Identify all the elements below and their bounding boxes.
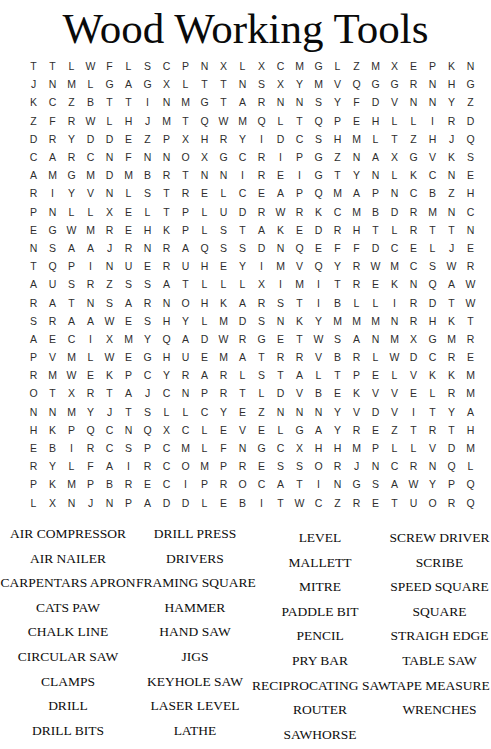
grid-cell[interactable]: R: [252, 93, 271, 111]
grid-cell[interactable]: L: [195, 203, 214, 221]
grid-cell[interactable]: Z: [24, 112, 43, 130]
grid-cell[interactable]: A: [195, 366, 214, 384]
grid-cell[interactable]: T: [214, 93, 233, 111]
grid-cell[interactable]: E: [252, 457, 271, 475]
grid-cell[interactable]: S: [252, 366, 271, 384]
grid-cell[interactable]: Q: [195, 112, 214, 130]
grid-cell[interactable]: Y: [176, 312, 195, 330]
grid-cell[interactable]: M: [461, 439, 480, 457]
grid-cell[interactable]: V: [290, 257, 309, 275]
grid-cell[interactable]: N: [157, 93, 176, 111]
grid-cell[interactable]: C: [157, 475, 176, 493]
grid-cell[interactable]: M: [214, 348, 233, 366]
grid-cell[interactable]: A: [62, 312, 81, 330]
grid-cell[interactable]: R: [62, 112, 81, 130]
grid-cell[interactable]: L: [119, 184, 138, 202]
grid-cell[interactable]: H: [328, 439, 347, 457]
grid-cell[interactable]: Y: [442, 93, 461, 111]
grid-cell[interactable]: R: [442, 384, 461, 402]
grid-cell[interactable]: G: [309, 166, 328, 184]
grid-cell[interactable]: F: [81, 457, 100, 475]
grid-cell[interactable]: T: [24, 257, 43, 275]
grid-cell[interactable]: G: [347, 475, 366, 493]
grid-cell[interactable]: K: [43, 421, 62, 439]
grid-cell[interactable]: P: [62, 421, 81, 439]
grid-cell[interactable]: X: [100, 330, 119, 348]
grid-cell[interactable]: E: [24, 221, 43, 239]
grid-cell[interactable]: X: [385, 148, 404, 166]
grid-cell[interactable]: C: [423, 166, 442, 184]
grid-cell[interactable]: T: [43, 57, 62, 75]
grid-cell[interactable]: P: [442, 475, 461, 493]
grid-cell[interactable]: M: [290, 275, 309, 293]
grid-cell[interactable]: D: [233, 203, 252, 221]
grid-cell[interactable]: B: [328, 348, 347, 366]
grid-cell[interactable]: F: [100, 57, 119, 75]
grid-cell[interactable]: R: [214, 366, 233, 384]
grid-cell[interactable]: T: [461, 312, 480, 330]
grid-cell[interactable]: A: [119, 293, 138, 311]
grid-cell[interactable]: Y: [309, 312, 328, 330]
grid-cell[interactable]: V: [385, 403, 404, 421]
grid-cell[interactable]: G: [100, 75, 119, 93]
grid-cell[interactable]: Y: [290, 75, 309, 93]
grid-cell[interactable]: P: [24, 203, 43, 221]
grid-cell[interactable]: T: [271, 494, 290, 512]
grid-cell[interactable]: X: [157, 421, 176, 439]
grid-cell[interactable]: O: [176, 457, 195, 475]
grid-cell[interactable]: E: [195, 348, 214, 366]
grid-cell[interactable]: S: [233, 239, 252, 257]
grid-cell[interactable]: Y: [328, 93, 347, 111]
grid-cell[interactable]: W: [385, 348, 404, 366]
grid-cell[interactable]: A: [290, 366, 309, 384]
grid-cell[interactable]: T: [157, 184, 176, 202]
grid-cell[interactable]: Y: [233, 257, 252, 275]
grid-cell[interactable]: N: [100, 494, 119, 512]
grid-cell[interactable]: N: [100, 148, 119, 166]
grid-cell[interactable]: L: [195, 275, 214, 293]
grid-cell[interactable]: A: [271, 184, 290, 202]
grid-cell[interactable]: C: [100, 439, 119, 457]
grid-cell[interactable]: B: [309, 384, 328, 402]
grid-cell[interactable]: L: [176, 75, 195, 93]
grid-cell[interactable]: M: [157, 112, 176, 130]
grid-cell[interactable]: J: [24, 75, 43, 93]
grid-cell[interactable]: S: [309, 93, 328, 111]
grid-cell[interactable]: V: [290, 384, 309, 402]
grid-cell[interactable]: W: [309, 330, 328, 348]
grid-cell[interactable]: S: [290, 457, 309, 475]
grid-cell[interactable]: A: [309, 421, 328, 439]
grid-cell[interactable]: R: [423, 421, 442, 439]
grid-cell[interactable]: N: [24, 239, 43, 257]
grid-cell[interactable]: K: [271, 221, 290, 239]
grid-cell[interactable]: N: [43, 403, 62, 421]
grid-cell[interactable]: P: [347, 366, 366, 384]
grid-cell[interactable]: F: [119, 148, 138, 166]
grid-cell[interactable]: W: [404, 475, 423, 493]
grid-cell[interactable]: N: [138, 148, 157, 166]
grid-cell[interactable]: C: [233, 148, 252, 166]
grid-cell[interactable]: R: [214, 130, 233, 148]
grid-cell[interactable]: N: [385, 312, 404, 330]
grid-cell[interactable]: I: [404, 403, 423, 421]
grid-cell[interactable]: X: [385, 57, 404, 75]
grid-cell[interactable]: N: [157, 293, 176, 311]
grid-cell[interactable]: R: [176, 366, 195, 384]
grid-cell[interactable]: Q: [290, 239, 309, 257]
grid-cell[interactable]: Q: [461, 130, 480, 148]
grid-cell[interactable]: J: [100, 403, 119, 421]
grid-cell[interactable]: Y: [81, 403, 100, 421]
grid-cell[interactable]: A: [347, 330, 366, 348]
grid-cell[interactable]: A: [43, 293, 62, 311]
grid-cell[interactable]: L: [366, 348, 385, 366]
grid-cell[interactable]: R: [442, 112, 461, 130]
grid-cell[interactable]: S: [138, 403, 157, 421]
grid-cell[interactable]: V: [233, 421, 252, 439]
grid-cell[interactable]: G: [214, 148, 233, 166]
grid-cell[interactable]: N: [271, 403, 290, 421]
grid-cell[interactable]: N: [271, 93, 290, 111]
grid-cell[interactable]: P: [157, 130, 176, 148]
grid-cell[interactable]: M: [62, 75, 81, 93]
grid-cell[interactable]: Q: [461, 475, 480, 493]
grid-cell[interactable]: T: [214, 75, 233, 93]
grid-cell[interactable]: M: [62, 348, 81, 366]
grid-cell[interactable]: T: [442, 221, 461, 239]
grid-cell[interactable]: D: [100, 166, 119, 184]
grid-cell[interactable]: R: [157, 257, 176, 275]
grid-cell[interactable]: P: [195, 475, 214, 493]
grid-cell[interactable]: T: [423, 221, 442, 239]
grid-cell[interactable]: S: [138, 312, 157, 330]
grid-cell[interactable]: H: [423, 130, 442, 148]
grid-cell[interactable]: Z: [404, 130, 423, 148]
grid-cell[interactable]: D: [157, 494, 176, 512]
grid-cell[interactable]: E: [404, 239, 423, 257]
grid-cell[interactable]: C: [157, 457, 176, 475]
grid-cell[interactable]: L: [385, 112, 404, 130]
grid-cell[interactable]: Z: [461, 93, 480, 111]
grid-cell[interactable]: Q: [309, 257, 328, 275]
grid-cell[interactable]: T: [442, 293, 461, 311]
grid-cell[interactable]: L: [423, 384, 442, 402]
grid-cell[interactable]: P: [119, 366, 138, 384]
grid-cell[interactable]: D: [271, 384, 290, 402]
grid-cell[interactable]: K: [404, 166, 423, 184]
grid-cell[interactable]: V: [309, 348, 328, 366]
grid-cell[interactable]: M: [43, 166, 62, 184]
grid-cell[interactable]: W: [290, 494, 309, 512]
grid-cell[interactable]: N: [461, 221, 480, 239]
grid-cell[interactable]: F: [328, 239, 347, 257]
grid-cell[interactable]: F: [43, 112, 62, 130]
grid-cell[interactable]: R: [24, 184, 43, 202]
grid-cell[interactable]: V: [404, 366, 423, 384]
grid-cell[interactable]: E: [404, 57, 423, 75]
grid-cell[interactable]: L: [385, 439, 404, 457]
grid-cell[interactable]: G: [309, 57, 328, 75]
grid-cell[interactable]: Z: [252, 403, 271, 421]
grid-cell[interactable]: D: [176, 494, 195, 512]
grid-cell[interactable]: L: [119, 57, 138, 75]
grid-cell[interactable]: R: [233, 330, 252, 348]
grid-cell[interactable]: M: [347, 439, 366, 457]
grid-cell[interactable]: D: [385, 203, 404, 221]
grid-cell[interactable]: R: [43, 312, 62, 330]
grid-cell[interactable]: C: [24, 148, 43, 166]
grid-cell[interactable]: R: [214, 384, 233, 402]
grid-cell[interactable]: T: [176, 275, 195, 293]
grid-cell[interactable]: T: [43, 384, 62, 402]
grid-cell[interactable]: L: [423, 239, 442, 257]
grid-cell[interactable]: J: [138, 384, 157, 402]
grid-cell[interactable]: M: [81, 166, 100, 184]
grid-cell[interactable]: T: [119, 93, 138, 111]
grid-cell[interactable]: H: [309, 439, 328, 457]
grid-cell[interactable]: K: [157, 221, 176, 239]
grid-cell[interactable]: C: [328, 203, 347, 221]
grid-cell[interactable]: D: [309, 221, 328, 239]
grid-cell[interactable]: U: [404, 494, 423, 512]
grid-cell[interactable]: N: [100, 257, 119, 275]
grid-cell[interactable]: S: [271, 293, 290, 311]
grid-cell[interactable]: D: [442, 439, 461, 457]
grid-cell[interactable]: Y: [328, 421, 347, 439]
grid-cell[interactable]: C: [157, 439, 176, 457]
grid-cell[interactable]: E: [404, 384, 423, 402]
grid-cell[interactable]: N: [461, 57, 480, 75]
grid-cell[interactable]: S: [119, 439, 138, 457]
grid-cell[interactable]: N: [366, 330, 385, 348]
grid-cell[interactable]: T: [328, 366, 347, 384]
grid-cell[interactable]: D: [271, 130, 290, 148]
grid-cell[interactable]: E: [214, 494, 233, 512]
grid-cell[interactable]: D: [461, 112, 480, 130]
grid-cell[interactable]: X: [62, 384, 81, 402]
grid-cell[interactable]: L: [62, 57, 81, 75]
grid-cell[interactable]: N: [176, 384, 195, 402]
grid-cell[interactable]: R: [138, 293, 157, 311]
grid-cell[interactable]: T: [290, 112, 309, 130]
grid-cell[interactable]: N: [366, 457, 385, 475]
grid-cell[interactable]: G: [252, 330, 271, 348]
grid-cell[interactable]: S: [100, 293, 119, 311]
grid-cell[interactable]: O: [423, 494, 442, 512]
grid-cell[interactable]: R: [81, 439, 100, 457]
grid-cell[interactable]: E: [366, 494, 385, 512]
grid-cell[interactable]: M: [81, 221, 100, 239]
grid-cell[interactable]: W: [100, 312, 119, 330]
grid-cell[interactable]: N: [62, 494, 81, 512]
grid-cell[interactable]: F: [214, 439, 233, 457]
grid-cell[interactable]: B: [100, 475, 119, 493]
grid-cell[interactable]: A: [233, 348, 252, 366]
grid-cell[interactable]: C: [290, 130, 309, 148]
grid-cell[interactable]: N: [195, 57, 214, 75]
grid-cell[interactable]: S: [366, 475, 385, 493]
grid-cell[interactable]: X: [404, 330, 423, 348]
grid-cell[interactable]: I: [309, 293, 328, 311]
grid-cell[interactable]: S: [328, 330, 347, 348]
grid-cell[interactable]: G: [62, 166, 81, 184]
grid-cell[interactable]: S: [138, 184, 157, 202]
grid-cell[interactable]: H: [195, 130, 214, 148]
grid-cell[interactable]: P: [138, 439, 157, 457]
grid-cell[interactable]: T: [290, 330, 309, 348]
grid-cell[interactable]: K: [442, 366, 461, 384]
grid-cell[interactable]: E: [138, 475, 157, 493]
grid-cell[interactable]: M: [347, 203, 366, 221]
grid-cell[interactable]: U: [176, 257, 195, 275]
grid-cell[interactable]: R: [62, 148, 81, 166]
grid-cell[interactable]: S: [119, 275, 138, 293]
grid-cell[interactable]: N: [290, 93, 309, 111]
grid-cell[interactable]: K: [214, 293, 233, 311]
grid-cell[interactable]: L: [252, 384, 271, 402]
grid-cell[interactable]: N: [423, 93, 442, 111]
grid-cell[interactable]: D: [233, 312, 252, 330]
grid-cell[interactable]: A: [138, 494, 157, 512]
grid-cell[interactable]: C: [252, 475, 271, 493]
grid-cell[interactable]: E: [366, 275, 385, 293]
grid-cell[interactable]: R: [328, 457, 347, 475]
grid-cell[interactable]: Z: [328, 494, 347, 512]
grid-cell[interactable]: S: [138, 57, 157, 75]
grid-cell[interactable]: H: [157, 312, 176, 330]
grid-cell[interactable]: O: [233, 475, 252, 493]
grid-cell[interactable]: L: [81, 348, 100, 366]
grid-cell[interactable]: X: [43, 494, 62, 512]
grid-cell[interactable]: N: [328, 475, 347, 493]
grid-cell[interactable]: P: [328, 112, 347, 130]
grid-cell[interactable]: M: [347, 312, 366, 330]
grid-cell[interactable]: J: [81, 494, 100, 512]
grid-cell[interactable]: G: [366, 75, 385, 93]
grid-cell[interactable]: N: [81, 293, 100, 311]
grid-cell[interactable]: I: [309, 475, 328, 493]
grid-cell[interactable]: R: [442, 348, 461, 366]
grid-cell[interactable]: S: [214, 221, 233, 239]
grid-cell[interactable]: R: [100, 221, 119, 239]
grid-cell[interactable]: D: [100, 130, 119, 148]
grid-cell[interactable]: N: [214, 166, 233, 184]
grid-cell[interactable]: M: [309, 75, 328, 93]
grid-cell[interactable]: C: [138, 366, 157, 384]
grid-cell[interactable]: Q: [309, 112, 328, 130]
grid-cell[interactable]: N: [43, 75, 62, 93]
grid-cell[interactable]: A: [119, 75, 138, 93]
grid-cell[interactable]: M: [347, 130, 366, 148]
grid-cell[interactable]: I: [119, 457, 138, 475]
grid-cell[interactable]: T: [290, 475, 309, 493]
grid-cell[interactable]: R: [252, 203, 271, 221]
grid-cell[interactable]: Z: [100, 275, 119, 293]
grid-cell[interactable]: W: [271, 203, 290, 221]
grid-cell[interactable]: N: [138, 239, 157, 257]
grid-cell[interactable]: A: [24, 330, 43, 348]
grid-cell[interactable]: R: [252, 293, 271, 311]
grid-cell[interactable]: T: [385, 130, 404, 148]
grid-cell[interactable]: A: [24, 166, 43, 184]
grid-cell[interactable]: X: [252, 275, 271, 293]
grid-cell[interactable]: L: [233, 275, 252, 293]
grid-cell[interactable]: J: [347, 457, 366, 475]
grid-cell[interactable]: A: [233, 93, 252, 111]
grid-cell[interactable]: I: [233, 166, 252, 184]
grid-cell[interactable]: K: [347, 384, 366, 402]
grid-cell[interactable]: D: [252, 239, 271, 257]
grid-cell[interactable]: N: [442, 166, 461, 184]
grid-cell[interactable]: L: [385, 166, 404, 184]
grid-cell[interactable]: E: [461, 239, 480, 257]
grid-cell[interactable]: C: [404, 184, 423, 202]
grid-cell[interactable]: V: [328, 75, 347, 93]
grid-cell[interactable]: P: [176, 57, 195, 75]
grid-cell[interactable]: T: [442, 421, 461, 439]
grid-cell[interactable]: A: [176, 330, 195, 348]
grid-cell[interactable]: T: [328, 275, 347, 293]
grid-cell[interactable]: E: [195, 184, 214, 202]
grid-cell[interactable]: A: [81, 239, 100, 257]
grid-cell[interactable]: N: [271, 312, 290, 330]
grid-cell[interactable]: E: [138, 257, 157, 275]
grid-cell[interactable]: W: [214, 112, 233, 130]
grid-cell[interactable]: P: [24, 475, 43, 493]
grid-cell[interactable]: R: [404, 75, 423, 93]
grid-cell[interactable]: S: [43, 239, 62, 257]
grid-cell[interactable]: A: [252, 221, 271, 239]
grid-cell[interactable]: A: [119, 384, 138, 402]
grid-cell[interactable]: Q: [347, 75, 366, 93]
grid-cell[interactable]: H: [24, 421, 43, 439]
grid-cell[interactable]: A: [81, 312, 100, 330]
grid-cell[interactable]: S: [138, 275, 157, 293]
grid-cell[interactable]: C: [81, 148, 100, 166]
grid-cell[interactable]: B: [423, 184, 442, 202]
grid-cell[interactable]: L: [309, 366, 328, 384]
grid-cell[interactable]: P: [81, 475, 100, 493]
grid-cell[interactable]: P: [176, 203, 195, 221]
grid-cell[interactable]: M: [385, 257, 404, 275]
grid-cell[interactable]: N: [43, 203, 62, 221]
grid-cell[interactable]: G: [138, 75, 157, 93]
grid-cell[interactable]: E: [461, 166, 480, 184]
grid-cell[interactable]: Q: [43, 257, 62, 275]
grid-cell[interactable]: E: [81, 366, 100, 384]
grid-cell[interactable]: E: [119, 130, 138, 148]
grid-cell[interactable]: T: [195, 75, 214, 93]
grid-cell[interactable]: P: [290, 148, 309, 166]
grid-cell[interactable]: R: [328, 221, 347, 239]
grid-cell[interactable]: W: [461, 293, 480, 311]
grid-cell[interactable]: Q: [461, 494, 480, 512]
grid-cell[interactable]: R: [404, 293, 423, 311]
grid-cell[interactable]: S: [24, 312, 43, 330]
grid-cell[interactable]: C: [271, 57, 290, 75]
grid-cell[interactable]: A: [385, 475, 404, 493]
grid-cell[interactable]: E: [328, 384, 347, 402]
grid-cell[interactable]: M: [366, 57, 385, 75]
grid-cell[interactable]: Z: [442, 184, 461, 202]
grid-cell[interactable]: R: [404, 203, 423, 221]
grid-cell[interactable]: L: [100, 112, 119, 130]
grid-cell[interactable]: Y: [62, 130, 81, 148]
grid-cell[interactable]: P: [176, 221, 195, 239]
grid-cell[interactable]: X: [271, 75, 290, 93]
